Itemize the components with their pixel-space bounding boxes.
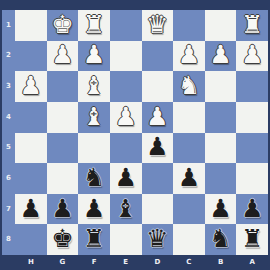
square-f2[interactable]: ♟ <box>78 41 110 72</box>
square-g5[interactable] <box>47 133 79 164</box>
rank-label-3: 3 <box>2 71 15 102</box>
chess-board-frame: 12345678 ♚♜♛♜♟♟♟♟♟♟♝♞♝♟♟♟♞♟♟♟♟♟♝♟♟♚♜♛♞♜ … <box>0 0 270 270</box>
black-pawn-e6[interactable]: ♟ <box>114 165 136 190</box>
square-e3[interactable] <box>110 71 142 102</box>
white-rook-a1[interactable]: ♜ <box>241 12 263 37</box>
white-knight-c3[interactable]: ♞ <box>178 73 200 98</box>
square-a6[interactable] <box>236 163 268 194</box>
square-e7[interactable]: ♝ <box>110 194 142 225</box>
chess-board: ♚♜♛♜♟♟♟♟♟♟♝♞♝♟♟♟♞♟♟♟♟♟♝♟♟♚♜♛♞♜ <box>15 10 268 255</box>
black-pawn-g7[interactable]: ♟ <box>51 196 73 221</box>
square-a7[interactable]: ♟ <box>236 194 268 225</box>
square-h6[interactable] <box>15 163 47 194</box>
black-pawn-d5[interactable]: ♟ <box>146 134 168 159</box>
white-pawn-c2[interactable]: ♟ <box>178 42 200 67</box>
square-c6[interactable]: ♟ <box>173 163 205 194</box>
square-e8[interactable] <box>110 224 142 255</box>
square-h3[interactable]: ♟ <box>15 71 47 102</box>
file-label-h: H <box>15 255 47 270</box>
rank-label-8: 8 <box>2 224 15 255</box>
rank-label-1: 1 <box>2 10 15 41</box>
black-knight-b8[interactable]: ♞ <box>209 226 231 251</box>
square-g3[interactable] <box>47 71 79 102</box>
square-f3[interactable]: ♝ <box>78 71 110 102</box>
file-label-e: E <box>110 255 142 270</box>
square-h2[interactable] <box>15 41 47 72</box>
square-c3[interactable]: ♞ <box>173 71 205 102</box>
square-d2[interactable] <box>142 41 174 72</box>
square-h7[interactable]: ♟ <box>15 194 47 225</box>
square-h5[interactable] <box>15 133 47 164</box>
square-e6[interactable]: ♟ <box>110 163 142 194</box>
rank-label-5: 5 <box>2 133 15 164</box>
black-pawn-a7[interactable]: ♟ <box>241 196 263 221</box>
square-f1[interactable]: ♜ <box>78 10 110 41</box>
black-pawn-h7[interactable]: ♟ <box>20 196 42 221</box>
rank-labels: 12345678 <box>0 10 15 255</box>
file-labels: HGFEDCBA <box>15 255 268 270</box>
square-a2[interactable]: ♟ <box>236 41 268 72</box>
square-d6[interactable] <box>142 163 174 194</box>
square-d7[interactable] <box>142 194 174 225</box>
square-g6[interactable] <box>47 163 79 194</box>
square-b8[interactable]: ♞ <box>205 224 237 255</box>
rank-label-7: 7 <box>2 194 15 225</box>
white-pawn-f2[interactable]: ♟ <box>83 42 105 67</box>
white-pawn-b2[interactable]: ♟ <box>209 42 231 67</box>
square-g4[interactable] <box>47 102 79 133</box>
square-b6[interactable] <box>205 163 237 194</box>
square-f7[interactable]: ♟ <box>78 194 110 225</box>
file-label-f: F <box>78 255 110 270</box>
rank-label-4: 4 <box>2 102 15 133</box>
square-c2[interactable]: ♟ <box>173 41 205 72</box>
rank-label-6: 6 <box>2 163 15 194</box>
black-rook-a8[interactable]: ♜ <box>241 226 263 251</box>
square-c7[interactable] <box>173 194 205 225</box>
white-pawn-g2[interactable]: ♟ <box>51 42 73 67</box>
square-f5[interactable] <box>78 133 110 164</box>
square-f8[interactable]: ♜ <box>78 224 110 255</box>
black-pawn-c6[interactable]: ♟ <box>178 165 200 190</box>
square-a3[interactable] <box>236 71 268 102</box>
white-king-g1[interactable]: ♚ <box>51 12 73 37</box>
square-d8[interactable]: ♛ <box>142 224 174 255</box>
square-d3[interactable] <box>142 71 174 102</box>
square-h4[interactable] <box>15 102 47 133</box>
file-label-a: A <box>236 255 268 270</box>
square-h8[interactable] <box>15 224 47 255</box>
square-g1[interactable]: ♚ <box>47 10 79 41</box>
square-c8[interactable] <box>173 224 205 255</box>
square-c1[interactable] <box>173 10 205 41</box>
black-queen-d8[interactable]: ♛ <box>146 226 168 251</box>
square-b4[interactable] <box>205 102 237 133</box>
square-g7[interactable]: ♟ <box>47 194 79 225</box>
black-bishop-e7[interactable]: ♝ <box>114 196 136 221</box>
black-knight-f6[interactable]: ♞ <box>83 165 105 190</box>
square-b1[interactable] <box>205 10 237 41</box>
white-bishop-f3[interactable]: ♝ <box>83 73 105 98</box>
square-c4[interactable] <box>173 102 205 133</box>
square-a5[interactable] <box>236 133 268 164</box>
square-b7[interactable]: ♟ <box>205 194 237 225</box>
white-pawn-a2[interactable]: ♟ <box>241 42 263 67</box>
black-king-g8[interactable]: ♚ <box>51 226 73 251</box>
file-label-b: B <box>205 255 237 270</box>
white-pawn-d4[interactable]: ♟ <box>146 104 168 129</box>
white-bishop-f4[interactable]: ♝ <box>83 104 105 129</box>
square-d5[interactable]: ♟ <box>142 133 174 164</box>
square-d1[interactable]: ♛ <box>142 10 174 41</box>
square-h1[interactable] <box>15 10 47 41</box>
square-a1[interactable]: ♜ <box>236 10 268 41</box>
square-e2[interactable] <box>110 41 142 72</box>
square-e1[interactable] <box>110 10 142 41</box>
square-d4[interactable]: ♟ <box>142 102 174 133</box>
square-a4[interactable] <box>236 102 268 133</box>
square-e5[interactable] <box>110 133 142 164</box>
white-pawn-h3[interactable]: ♟ <box>20 73 42 98</box>
file-label-g: G <box>47 255 79 270</box>
file-label-d: D <box>142 255 174 270</box>
square-e4[interactable]: ♟ <box>110 102 142 133</box>
black-pawn-f7[interactable]: ♟ <box>83 196 105 221</box>
square-g8[interactable]: ♚ <box>47 224 79 255</box>
white-queen-d1[interactable]: ♛ <box>146 12 168 37</box>
square-a8[interactable]: ♜ <box>236 224 268 255</box>
square-f4[interactable]: ♝ <box>78 102 110 133</box>
white-rook-f1[interactable]: ♜ <box>83 12 105 37</box>
rank-label-2: 2 <box>2 41 15 72</box>
square-b3[interactable] <box>205 71 237 102</box>
black-pawn-b7[interactable]: ♟ <box>209 196 231 221</box>
black-rook-f8[interactable]: ♜ <box>83 226 105 251</box>
square-f6[interactable]: ♞ <box>78 163 110 194</box>
white-pawn-e4[interactable]: ♟ <box>114 104 136 129</box>
file-label-c: C <box>173 255 205 270</box>
square-b2[interactable]: ♟ <box>205 41 237 72</box>
square-g2[interactable]: ♟ <box>47 41 79 72</box>
square-c5[interactable] <box>173 133 205 164</box>
square-b5[interactable] <box>205 133 237 164</box>
